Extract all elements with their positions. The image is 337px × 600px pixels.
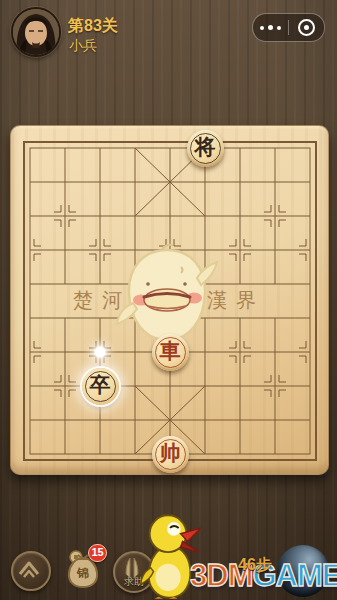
close-button[interactable] — [289, 14, 324, 41]
svg-text:锦: 锦 — [76, 566, 89, 580]
chevron-up-icon — [13, 553, 45, 585]
avatar-portrait-image — [13, 9, 59, 55]
piece-glyph: 車 — [160, 337, 181, 365]
more-icon — [260, 26, 264, 30]
rank-label: 小兵 — [69, 37, 97, 55]
level-title: 第83关 — [68, 16, 118, 37]
piece-glyph: 将 — [195, 133, 216, 161]
collapse-button[interactable] — [11, 551, 51, 591]
hint-bag-button[interactable]: 锦 15 — [61, 548, 105, 590]
last-move-origin-dot — [95, 347, 105, 357]
hint-count-badge: 15 — [88, 544, 107, 562]
more-icon — [277, 26, 281, 30]
player-avatar[interactable] — [11, 7, 61, 57]
mascot-duck-board — [112, 243, 222, 347]
piece-glyph: 卒 — [90, 371, 111, 399]
piece-車[interactable]: 車 — [152, 334, 189, 371]
miniprogram-capsule — [252, 13, 325, 42]
more-icon — [268, 25, 273, 30]
piece-卒[interactable]: 卒 — [82, 368, 119, 405]
xiangqi-board[interactable]: 楚河 漢界 将車卒帅 — [10, 125, 329, 475]
piece-glyph: 帅 — [160, 439, 181, 467]
piece-帅[interactable]: 帅 — [152, 436, 189, 473]
app-screen: 第83关 小兵 楚河 漢界 将車卒帅 — [0, 0, 337, 600]
more-button[interactable] — [253, 14, 288, 41]
target-circle-icon — [298, 19, 315, 36]
piece-将[interactable]: 将 — [187, 130, 224, 167]
steps-counter: 46步 — [238, 555, 272, 576]
